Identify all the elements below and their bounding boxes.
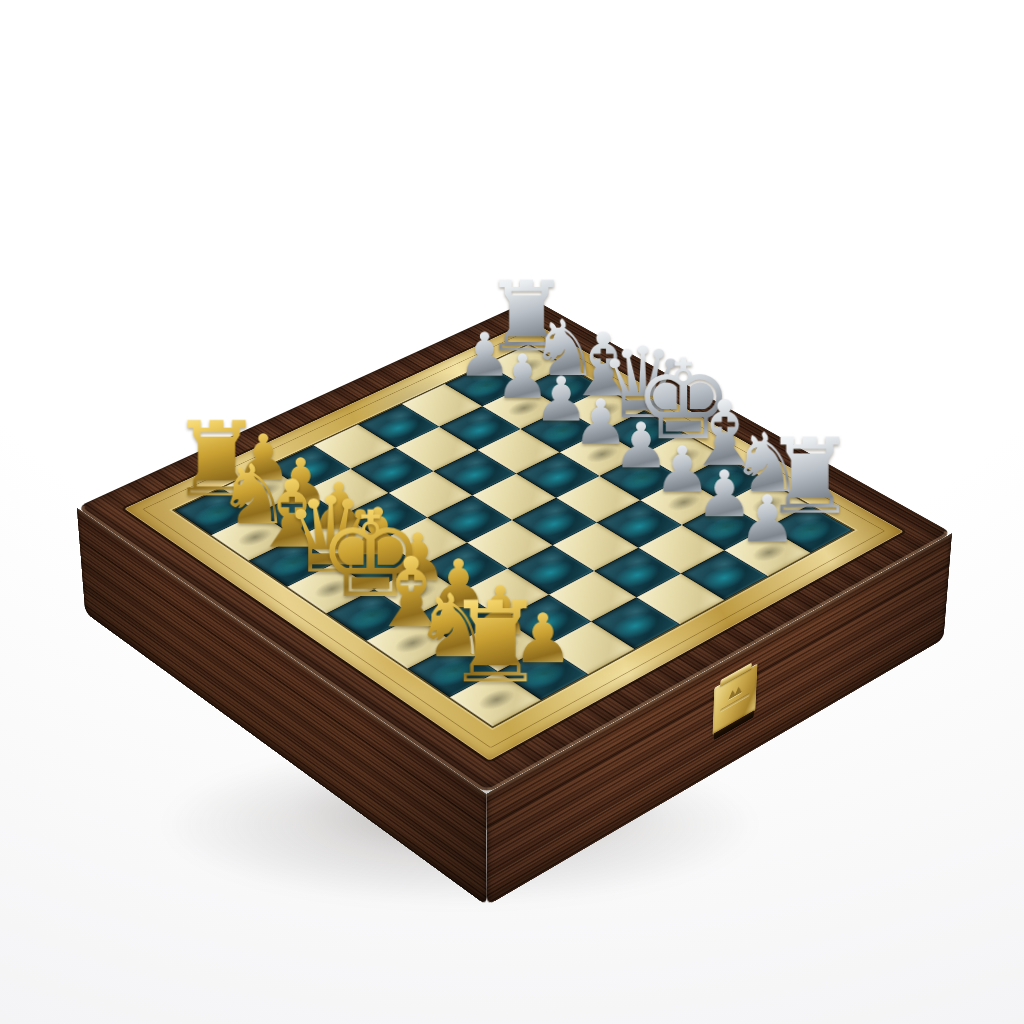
case-latch[interactable] (712, 663, 757, 735)
latch-hinge (720, 663, 752, 687)
chess-case: ♜♞♝♛♚♝♞♜♟♟♟♟♟♟♟♟♟♟♟♟♟♟♟♟♜♞♝♛♚♝♞♜ (77, 299, 953, 794)
gold-piece-glyph: ♜ (420, 587, 571, 699)
latch-catch-shadow (714, 711, 754, 741)
manopoulos-crest-icon (728, 684, 742, 700)
silver-piece-glyph: ♟ (696, 487, 838, 552)
scene-3d: ♜♞♝♛♚♝♞♜♟♟♟♟♟♟♟♟♟♟♟♟♟♟♟♟♜♞♝♛♚♝♞♜ (0, 0, 1024, 1024)
latch-embossed-text (720, 693, 750, 713)
product-photo-scene: ♜♞♝♛♚♝♞♜♟♟♟♟♟♟♟♟♟♟♟♟♟♟♟♟♜♞♝♛♚♝♞♜ Greek M… (0, 0, 1024, 1024)
